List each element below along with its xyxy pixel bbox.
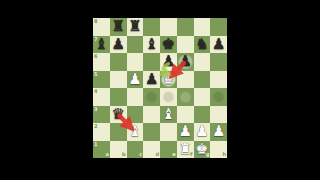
square-a5[interactable]: 5: [93, 71, 110, 89]
square-d1[interactable]: d: [143, 141, 160, 159]
square-f1[interactable]: f♜: [177, 141, 194, 159]
square-e5[interactable]: ♛: [160, 71, 177, 89]
chess-board[interactable]: 8♜♜7♝♟♝♚♞♟6♟♟5♟♟♛43♛♝2♝♟♟♟1abcdef♜g♚h: [93, 18, 227, 158]
square-g1[interactable]: g♚: [194, 141, 211, 159]
letterbox-background: 8♜♜7♝♟♝♚♞♟6♟♟5♟♟♛43♛♝2♝♟♟♟1abcdef♜g♚h: [0, 0, 320, 180]
square-h7[interactable]: ♟: [210, 36, 227, 54]
black-rook-b8[interactable]: ♜: [110, 18, 127, 36]
square-e1[interactable]: e: [160, 141, 177, 159]
square-a3[interactable]: 3: [93, 106, 110, 124]
black-king-e7[interactable]: ♚: [160, 36, 177, 54]
square-c7[interactable]: [127, 36, 144, 54]
white-pawn-c5[interactable]: ♟: [127, 71, 144, 89]
rank-label-1: 1: [94, 142, 97, 147]
file-label-a: a: [105, 152, 108, 157]
black-pawn-d5[interactable]: ♟: [143, 71, 160, 89]
square-b4[interactable]: [110, 88, 127, 106]
rank-label-4: 4: [94, 89, 97, 94]
square-e3[interactable]: ♝: [160, 106, 177, 124]
rank-label-8: 8: [94, 19, 97, 24]
square-g2[interactable]: ♟: [194, 123, 211, 141]
square-g8[interactable]: [194, 18, 211, 36]
square-b5[interactable]: [110, 71, 127, 89]
rank-label-5: 5: [94, 72, 97, 77]
square-d8[interactable]: [143, 18, 160, 36]
square-f3[interactable]: [177, 106, 194, 124]
square-h8[interactable]: [210, 18, 227, 36]
white-pawn-g2[interactable]: ♟: [194, 123, 211, 141]
square-c8[interactable]: ♜: [127, 18, 144, 36]
black-bishop-d7[interactable]: ♝: [143, 36, 160, 54]
rank-label-2: 2: [94, 124, 97, 129]
square-f8[interactable]: [177, 18, 194, 36]
square-e4[interactable]: [160, 88, 177, 106]
file-label-c: c: [139, 152, 142, 157]
square-f2[interactable]: ♟: [177, 123, 194, 141]
square-c3[interactable]: [127, 106, 144, 124]
black-pawn-e6[interactable]: ♟: [160, 53, 177, 71]
square-d3[interactable]: [143, 106, 160, 124]
square-h2[interactable]: ♟: [210, 123, 227, 141]
square-f6[interactable]: ♟: [177, 53, 194, 71]
square-e8[interactable]: [160, 18, 177, 36]
square-b7[interactable]: ♟: [110, 36, 127, 54]
square-d7[interactable]: ♝: [143, 36, 160, 54]
ghost-smudge-f4: [179, 90, 192, 104]
rank-label-3: 3: [94, 107, 97, 112]
square-a1[interactable]: 1a: [93, 141, 110, 159]
square-b6[interactable]: [110, 53, 127, 71]
square-g3[interactable]: [194, 106, 211, 124]
square-b8[interactable]: ♜: [110, 18, 127, 36]
square-d5[interactable]: ♟: [143, 71, 160, 89]
file-label-h: h: [222, 152, 226, 157]
square-h5[interactable]: [210, 71, 227, 89]
square-a6[interactable]: 6: [93, 53, 110, 71]
square-g6[interactable]: [194, 53, 211, 71]
file-label-b: b: [122, 152, 126, 157]
black-pawn-b7[interactable]: ♟: [110, 36, 127, 54]
square-g7[interactable]: ♞: [194, 36, 211, 54]
white-rook-f1[interactable]: ♜: [177, 141, 194, 159]
white-pawn-f2[interactable]: ♟: [177, 123, 194, 141]
square-h3[interactable]: [210, 106, 227, 124]
white-pawn-h2[interactable]: ♟: [210, 123, 227, 141]
square-h1[interactable]: h: [210, 141, 227, 159]
white-queen-e5[interactable]: ♛: [160, 71, 177, 89]
ghost-smudge-h4: [212, 90, 225, 104]
black-knight-g7[interactable]: ♞: [194, 36, 211, 54]
square-a4[interactable]: 4: [93, 88, 110, 106]
square-e7[interactable]: ♚: [160, 36, 177, 54]
square-h4[interactable]: [210, 88, 227, 106]
square-b3[interactable]: ♛: [110, 106, 127, 124]
square-c1[interactable]: c: [127, 141, 144, 159]
square-f5[interactable]: [177, 71, 194, 89]
square-c4[interactable]: [127, 88, 144, 106]
rank-label-6: 6: [94, 54, 97, 59]
square-e2[interactable]: [160, 123, 177, 141]
square-f7[interactable]: [177, 36, 194, 54]
square-c5[interactable]: ♟: [127, 71, 144, 89]
square-d4[interactable]: [143, 88, 160, 106]
square-a2[interactable]: 2: [93, 123, 110, 141]
square-h6[interactable]: [210, 53, 227, 71]
square-g4[interactable]: [194, 88, 211, 106]
white-king-g1[interactable]: ♚: [194, 141, 211, 159]
black-pawn-f6[interactable]: ♟: [177, 53, 194, 71]
black-rook-c8[interactable]: ♜: [127, 18, 144, 36]
black-pawn-h7[interactable]: ♟: [210, 36, 227, 54]
square-c6[interactable]: [127, 53, 144, 71]
white-bishop-e3[interactable]: ♝: [160, 106, 177, 124]
file-label-e: e: [172, 152, 175, 157]
ghost-smudge-d4: [145, 90, 158, 104]
white-bishop-c2[interactable]: ♝: [127, 123, 144, 141]
square-e6[interactable]: ♟: [160, 53, 177, 71]
square-d2[interactable]: [143, 123, 160, 141]
square-f4[interactable]: [177, 88, 194, 106]
square-b2[interactable]: [110, 123, 127, 141]
ghost-smudge-e4: [162, 90, 175, 104]
square-c2[interactable]: ♝: [127, 123, 144, 141]
square-b1[interactable]: b: [110, 141, 127, 159]
square-a7[interactable]: 7♝: [93, 36, 110, 54]
black-queen-b3[interactable]: ♛: [110, 106, 127, 124]
square-g5[interactable]: [194, 71, 211, 89]
black-bishop-a7[interactable]: ♝: [93, 36, 110, 54]
square-d6[interactable]: [143, 53, 160, 71]
square-a8[interactable]: 8: [93, 18, 110, 36]
file-label-d: d: [155, 152, 159, 157]
